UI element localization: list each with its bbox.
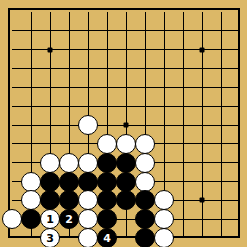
move-number-label: 2: [65, 214, 73, 225]
white-stone[interactable]: [21, 172, 41, 192]
white-stone[interactable]: [2, 209, 22, 229]
grid-line: [202, 12, 203, 238]
black-stone-move-4[interactable]: 4: [97, 228, 117, 247]
black-stone[interactable]: [78, 172, 98, 192]
white-stone[interactable]: [135, 172, 155, 192]
white-stone[interactable]: [40, 153, 60, 173]
white-stone[interactable]: [116, 134, 136, 154]
black-stone[interactable]: [59, 172, 79, 192]
black-stone[interactable]: [59, 190, 79, 210]
black-stone-move-2[interactable]: 2: [59, 209, 79, 229]
white-stone-move-1[interactable]: 1: [40, 209, 60, 229]
grid-line: [183, 12, 184, 238]
star-point: [124, 123, 129, 128]
white-stone[interactable]: [78, 228, 98, 247]
black-stone[interactable]: [40, 172, 60, 192]
white-stone[interactable]: [78, 190, 98, 210]
white-stone[interactable]: [59, 153, 79, 173]
move-number-label: 1: [46, 214, 54, 225]
go-board-diagram: 1234: [0, 0, 247, 247]
white-stone[interactable]: [78, 115, 98, 135]
black-stone[interactable]: [97, 209, 117, 229]
star-point: [200, 47, 205, 52]
black-stone[interactable]: [135, 190, 155, 210]
white-stone[interactable]: [135, 153, 155, 173]
black-stone[interactable]: [97, 190, 117, 210]
black-stone[interactable]: [135, 209, 155, 229]
black-stone[interactable]: [116, 172, 136, 192]
grid-line: [221, 12, 222, 238]
white-stone[interactable]: [78, 209, 98, 229]
black-stone[interactable]: [116, 153, 136, 173]
white-stone[interactable]: [135, 134, 155, 154]
white-stone-move-3[interactable]: 3: [40, 228, 60, 247]
white-stone[interactable]: [154, 209, 174, 229]
board-frame[interactable]: 1234: [8, 8, 240, 238]
black-stone[interactable]: [40, 190, 60, 210]
move-number-label: 4: [103, 233, 111, 244]
black-stone[interactable]: [97, 172, 117, 192]
black-stone[interactable]: [135, 228, 155, 247]
star-point: [200, 198, 205, 203]
white-stone[interactable]: [154, 228, 174, 247]
black-stone[interactable]: [21, 209, 41, 229]
black-stone[interactable]: [116, 190, 136, 210]
white-stone[interactable]: [78, 153, 98, 173]
white-stone[interactable]: [21, 190, 41, 210]
star-point: [48, 47, 53, 52]
white-stone[interactable]: [97, 134, 117, 154]
white-stone[interactable]: [154, 190, 174, 210]
move-number-label: 3: [46, 233, 54, 244]
black-stone[interactable]: [97, 153, 117, 173]
board-grid: 1234: [12, 12, 240, 238]
